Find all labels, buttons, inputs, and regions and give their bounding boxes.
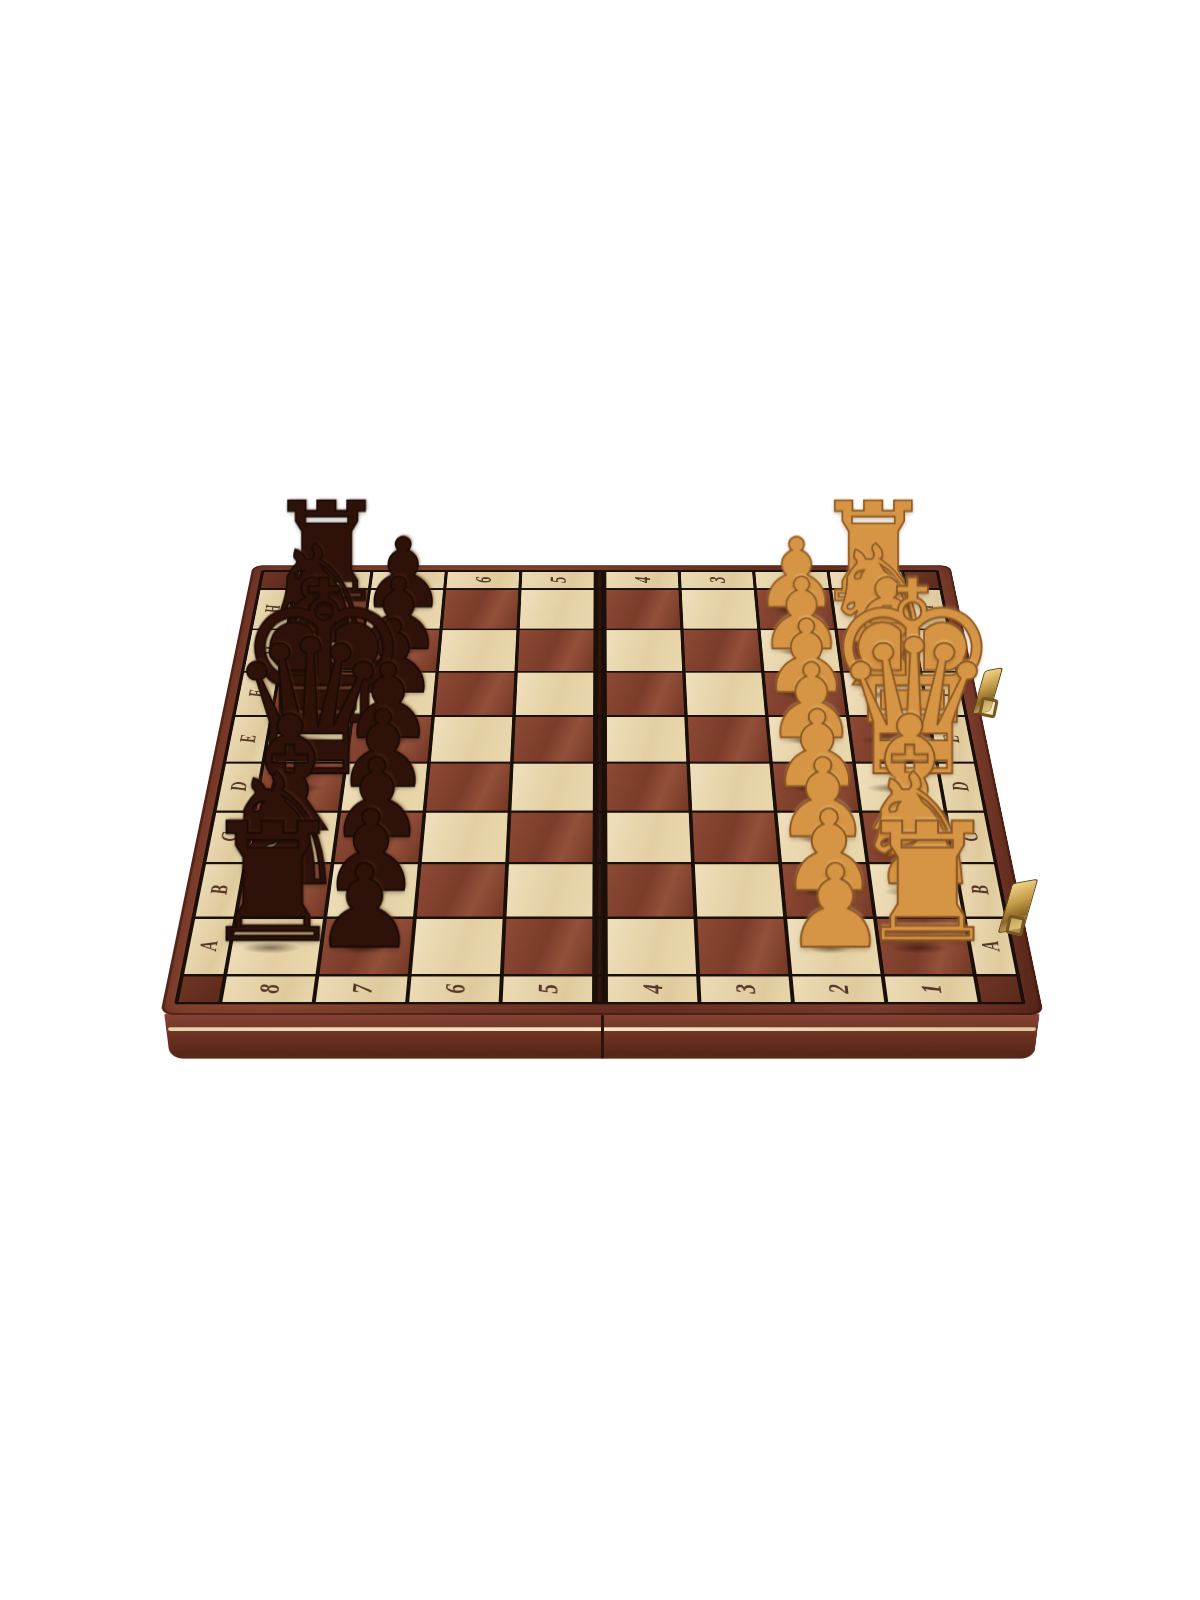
square-c6 bbox=[422, 813, 508, 862]
square-e6 bbox=[431, 717, 512, 762]
rank-label-cell-near-5: 5 bbox=[503, 976, 593, 1002]
square-g7 bbox=[360, 630, 439, 670]
file-label-right-g: G bbox=[923, 646, 948, 654]
file-label-right-e: E bbox=[939, 735, 965, 743]
square-f2 bbox=[765, 673, 846, 715]
square-g6 bbox=[439, 630, 516, 670]
square-e8 bbox=[265, 717, 350, 762]
rank-label-cell-far-4: 4 bbox=[606, 572, 678, 589]
rank-label-near-7: 7 bbox=[345, 985, 380, 994]
square-d6 bbox=[426, 764, 510, 811]
square-a1 bbox=[877, 919, 973, 974]
brass-clasp-icon bbox=[979, 668, 996, 714]
file-label-left-f: F bbox=[244, 690, 269, 697]
square-g5 bbox=[518, 630, 594, 670]
square-c4 bbox=[607, 813, 691, 862]
brass-clasp-icon bbox=[1006, 880, 1030, 932]
square-b3 bbox=[695, 864, 783, 916]
fold-seam bbox=[597, 572, 603, 589]
rank-label-near-5: 5 bbox=[531, 985, 565, 994]
square-b5 bbox=[507, 864, 593, 916]
square-g8 bbox=[281, 630, 362, 670]
rank-label-cell-near-7: 7 bbox=[316, 976, 408, 1002]
square-d2 bbox=[773, 764, 859, 811]
square-a2 bbox=[787, 919, 880, 974]
fold-seam bbox=[597, 673, 604, 715]
square-f6 bbox=[435, 673, 514, 715]
square-c2 bbox=[777, 813, 865, 862]
rank-label-far-8: 8 bbox=[319, 577, 347, 583]
rank-label-cell-near-8: 8 bbox=[222, 976, 315, 1002]
fold-seam bbox=[596, 919, 604, 974]
square-a4 bbox=[608, 919, 696, 974]
square-e5 bbox=[514, 717, 593, 762]
square-b8 bbox=[238, 864, 331, 916]
rank-label-near-1: 1 bbox=[913, 985, 948, 994]
frame-corner bbox=[904, 572, 939, 589]
square-a6 bbox=[412, 919, 503, 974]
box-front-side bbox=[164, 1014, 1039, 1059]
rank-label-cell-near-6: 6 bbox=[409, 976, 500, 1002]
rank-label-near-3: 3 bbox=[728, 985, 762, 994]
square-c7 bbox=[335, 813, 423, 862]
rank-label-far-7: 7 bbox=[394, 577, 422, 583]
file-label-cell-left-h: H bbox=[253, 590, 293, 629]
chess-board: 87654321HHGGFFEEDDCCBBAA87654321 ♜♞♝♛♚♝♞… bbox=[160, 565, 1044, 1015]
square-h1 bbox=[832, 590, 911, 629]
square-e2 bbox=[769, 717, 852, 762]
file-label-left-a: A bbox=[195, 941, 224, 951]
rank-label-cell-far-8: 8 bbox=[296, 572, 370, 589]
rank-label-cell-near-3: 3 bbox=[700, 976, 791, 1002]
rank-label-near-6: 6 bbox=[438, 985, 472, 994]
fold-seam bbox=[597, 590, 604, 629]
square-h7 bbox=[366, 590, 443, 629]
square-h3 bbox=[682, 590, 758, 629]
frame-corner bbox=[179, 976, 223, 1002]
file-label-right-c: C bbox=[957, 833, 984, 842]
square-h6 bbox=[443, 590, 519, 629]
rank-label-cell-far-5: 5 bbox=[522, 572, 594, 589]
square-d1 bbox=[856, 764, 944, 811]
square-d4 bbox=[607, 764, 689, 811]
rank-label-cell-near-1: 1 bbox=[885, 976, 978, 1002]
square-h5 bbox=[520, 590, 594, 629]
square-f8 bbox=[273, 673, 356, 715]
rank-label-cell-near-4: 4 bbox=[608, 976, 698, 1002]
fold-seam bbox=[596, 976, 604, 1002]
rank-label-far-4: 4 bbox=[629, 577, 656, 583]
file-label-right-b: B bbox=[966, 886, 994, 895]
rank-label-cell-far-3: 3 bbox=[681, 572, 754, 589]
file-label-left-b: B bbox=[206, 886, 234, 895]
file-label-right-f: F bbox=[931, 690, 956, 697]
board-grid: 87654321HHGGFFEEDDCCBBAA87654321 bbox=[174, 570, 1026, 1004]
fold-seam bbox=[596, 764, 603, 811]
rank-label-cell-far-1: 1 bbox=[830, 572, 904, 589]
file-label-right-d: D bbox=[947, 782, 974, 791]
rank-label-far-3: 3 bbox=[703, 577, 730, 583]
fold-seam bbox=[596, 813, 603, 862]
square-a3 bbox=[697, 919, 788, 974]
square-e3 bbox=[688, 717, 769, 762]
rank-label-near-2: 2 bbox=[821, 985, 856, 994]
square-f1 bbox=[843, 673, 926, 715]
box-front-seam bbox=[601, 1015, 604, 1059]
square-g2 bbox=[761, 630, 840, 670]
fold-seam bbox=[597, 630, 604, 670]
square-c8 bbox=[247, 813, 337, 862]
square-h8 bbox=[289, 590, 368, 629]
fold-seam bbox=[596, 864, 604, 916]
fold-seam bbox=[596, 717, 603, 762]
square-d5 bbox=[511, 764, 593, 811]
rank-label-cell-far-6: 6 bbox=[446, 572, 519, 589]
product-photo-scene: 87654321HHGGFFEEDDCCBBAA87654321 ♜♞♝♛♚♝♞… bbox=[0, 0, 1200, 1600]
rank-label-far-2: 2 bbox=[778, 577, 806, 583]
square-f4 bbox=[607, 673, 685, 715]
file-label-left-c: C bbox=[216, 833, 243, 842]
square-b7 bbox=[327, 864, 418, 916]
square-d8 bbox=[256, 764, 344, 811]
rank-label-far-1: 1 bbox=[853, 577, 881, 583]
square-c3 bbox=[692, 813, 778, 862]
square-h2 bbox=[757, 590, 834, 629]
square-b6 bbox=[417, 864, 505, 916]
file-label-right-a: A bbox=[977, 941, 1006, 951]
square-b4 bbox=[607, 864, 693, 916]
rank-label-far-6: 6 bbox=[469, 577, 496, 583]
square-a5 bbox=[504, 919, 592, 974]
square-f7 bbox=[354, 673, 435, 715]
square-e1 bbox=[849, 717, 934, 762]
square-f5 bbox=[516, 673, 594, 715]
square-g4 bbox=[607, 630, 683, 670]
square-c1 bbox=[862, 813, 952, 862]
file-label-left-h: H bbox=[261, 605, 285, 613]
rank-label-cell-far-7: 7 bbox=[371, 572, 445, 589]
square-b2 bbox=[782, 864, 873, 916]
file-label-left-d: D bbox=[226, 782, 253, 791]
square-g3 bbox=[684, 630, 761, 670]
rank-label-near-4: 4 bbox=[635, 985, 669, 994]
square-d3 bbox=[690, 764, 774, 811]
square-f3 bbox=[686, 673, 765, 715]
file-label-right-h: H bbox=[915, 605, 939, 613]
square-b1 bbox=[870, 864, 963, 916]
rank-label-cell-far-2: 2 bbox=[755, 572, 829, 589]
square-a8 bbox=[227, 919, 323, 974]
frame-corner bbox=[977, 976, 1021, 1002]
square-e4 bbox=[607, 717, 686, 762]
square-h4 bbox=[606, 590, 680, 629]
file-label-left-e: E bbox=[235, 735, 261, 743]
square-e7 bbox=[348, 717, 431, 762]
file-label-left-g: G bbox=[253, 646, 278, 654]
rank-label-far-5: 5 bbox=[544, 577, 571, 583]
square-c5 bbox=[509, 813, 593, 862]
square-g1 bbox=[838, 630, 919, 670]
rank-label-near-8: 8 bbox=[252, 985, 287, 994]
rank-label-cell-near-2: 2 bbox=[792, 976, 884, 1002]
frame-corner bbox=[261, 572, 296, 589]
square-d7 bbox=[341, 764, 427, 811]
square-a7 bbox=[320, 919, 413, 974]
